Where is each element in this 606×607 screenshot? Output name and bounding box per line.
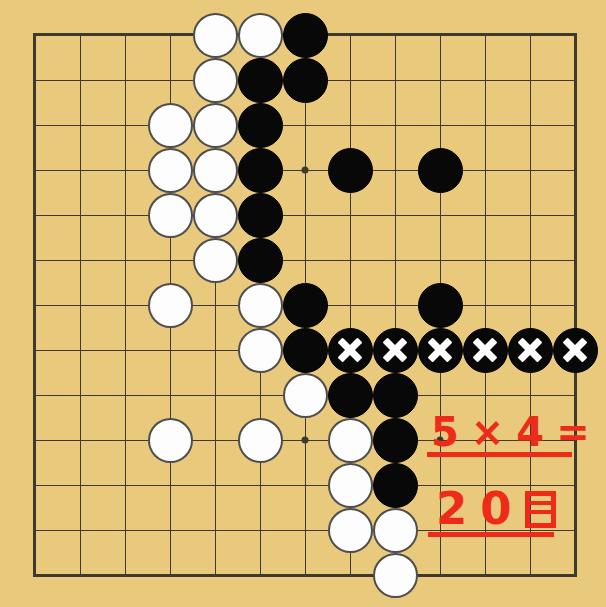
black-stone-x-marked[interactable] [508,328,553,373]
board-intersection[interactable] [238,238,283,283]
white-stone[interactable] [238,13,283,58]
black-stone[interactable] [283,13,328,58]
black-stone[interactable] [373,463,418,508]
black-stone[interactable] [418,283,463,328]
board-intersection[interactable] [508,328,553,373]
black-stone[interactable] [328,373,373,418]
board-intersection[interactable] [373,508,418,553]
board-intersection[interactable] [373,418,418,463]
white-stone[interactable] [148,283,193,328]
white-stone[interactable] [193,103,238,148]
board-intersection[interactable] [373,553,418,598]
board-intersection[interactable] [328,463,373,508]
board-intersection[interactable] [238,328,283,373]
board-intersection[interactable] [193,193,238,238]
black-stone[interactable] [238,193,283,238]
board-intersection[interactable] [283,328,328,373]
board-intersection[interactable] [148,148,193,193]
white-stone[interactable] [193,58,238,103]
black-stone[interactable] [373,373,418,418]
white-stone[interactable] [238,418,283,463]
board-intersection[interactable] [238,283,283,328]
white-stone[interactable] [193,148,238,193]
board-intersection[interactable] [328,418,373,463]
white-stone[interactable] [148,418,193,463]
white-stone[interactable] [148,103,193,148]
black-stone-x-marked[interactable] [418,328,463,373]
black-stone[interactable] [283,283,328,328]
white-stone[interactable] [238,328,283,373]
white-stone[interactable] [373,508,418,553]
board-intersection[interactable] [193,238,238,283]
annotation-line-2: 20 [436,486,556,531]
black-stone[interactable] [373,418,418,463]
annotation-line-1: 5×4= [431,412,602,452]
board-intersection[interactable] [283,13,328,58]
black-stone[interactable] [328,148,373,193]
black-stone[interactable] [283,58,328,103]
board-intersection[interactable] [328,328,373,373]
board-intersection[interactable] [418,328,463,373]
go-diagram-screen: 5×4= 20 [0,0,606,607]
annotation-underline-1 [427,452,572,457]
board-intersection[interactable] [553,328,598,373]
board-intersection[interactable] [148,193,193,238]
kanji-me-glyph [525,491,556,528]
black-stone-x-marked[interactable] [373,328,418,373]
black-stone-x-marked[interactable] [463,328,508,373]
board-intersection[interactable] [193,103,238,148]
board-intersection[interactable] [148,103,193,148]
board-intersection[interactable] [238,58,283,103]
board-intersection[interactable] [238,148,283,193]
white-stone[interactable] [238,283,283,328]
white-stone[interactable] [148,193,193,238]
board-intersection[interactable] [193,148,238,193]
board-intersection[interactable] [193,13,238,58]
board-intersection[interactable] [463,328,508,373]
board-intersection[interactable] [148,283,193,328]
board-intersection[interactable] [148,418,193,463]
board-intersection[interactable] [328,373,373,418]
black-stone-x-marked[interactable] [553,328,598,373]
black-stone-x-marked[interactable] [328,328,373,373]
black-stone[interactable] [238,58,283,103]
board-intersection[interactable] [238,13,283,58]
white-stone[interactable] [193,13,238,58]
board-intersection[interactable] [418,283,463,328]
board-intersection[interactable] [373,463,418,508]
black-stone[interactable] [238,238,283,283]
white-stone[interactable] [148,148,193,193]
board-intersection[interactable] [283,283,328,328]
white-stone[interactable] [193,193,238,238]
board-intersection[interactable] [328,508,373,553]
board-intersection[interactable] [373,373,418,418]
black-stone[interactable] [238,103,283,148]
black-stone[interactable] [238,148,283,193]
board-intersection[interactable] [283,58,328,103]
board-intersection[interactable] [238,193,283,238]
white-stone[interactable] [328,508,373,553]
white-stone[interactable] [193,238,238,283]
white-stone[interactable] [283,373,328,418]
board-intersection[interactable] [193,58,238,103]
board-intersection[interactable] [238,103,283,148]
black-stone[interactable] [283,328,328,373]
annotation-underline-2 [428,532,554,537]
board-intersection[interactable] [328,148,373,193]
board-intersection[interactable] [238,418,283,463]
black-stone[interactable] [418,148,463,193]
white-stone[interactable] [328,463,373,508]
board-intersection[interactable] [418,148,463,193]
board-intersection[interactable] [283,373,328,418]
white-stone[interactable] [328,418,373,463]
white-stone[interactable] [373,553,418,598]
board-intersection[interactable] [373,328,418,373]
